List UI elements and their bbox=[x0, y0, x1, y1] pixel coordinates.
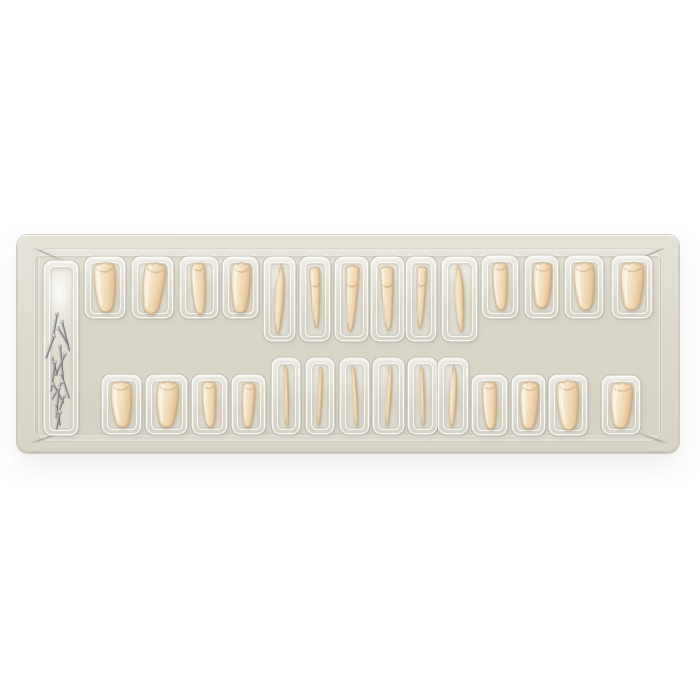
model-tooth-premolar bbox=[186, 260, 213, 315]
model-tooth-molar bbox=[616, 260, 648, 311]
model-tooth-incisor bbox=[413, 264, 429, 330]
blister-cell-upper bbox=[86, 258, 124, 317]
model-tooth-incisor bbox=[377, 264, 398, 333]
tray-bevel-line bbox=[31, 246, 63, 261]
model-tooth-premolar bbox=[487, 261, 514, 312]
model-tooth-molar bbox=[529, 261, 555, 310]
blister-cell-upper bbox=[224, 258, 257, 317]
model-tooth-canine bbox=[449, 263, 470, 334]
tray-bevel-line bbox=[637, 432, 670, 445]
blister-contents bbox=[0, 0, 700, 700]
blister-cell-upper bbox=[265, 258, 294, 340]
blister-cell-lower bbox=[374, 359, 403, 433]
model-tooth-slim bbox=[313, 365, 327, 427]
blister-cell-upper bbox=[301, 258, 329, 340]
model-tooth-slim bbox=[380, 364, 397, 428]
blister-cell-lower bbox=[409, 359, 436, 433]
blister-cell-lower bbox=[550, 376, 586, 434]
blister-cell-upper bbox=[443, 258, 476, 340]
blister-cell-lower bbox=[603, 377, 639, 433]
model-tooth-canine bbox=[269, 263, 290, 336]
blister-cell-upper bbox=[407, 258, 435, 340]
model-tooth-slim bbox=[415, 365, 430, 427]
blister-cell-lower bbox=[273, 359, 299, 433]
model-tooth-molar bbox=[107, 380, 136, 429]
blister-cell-upper bbox=[181, 258, 217, 317]
blister-cell-upper bbox=[613, 257, 651, 317]
blister-cell-lower bbox=[513, 376, 544, 434]
model-tooth-molar bbox=[151, 379, 181, 428]
blister-cell-lower bbox=[233, 376, 264, 433]
model-tooth-molar bbox=[570, 261, 599, 312]
model-tooth-incisor bbox=[341, 263, 362, 334]
model-tooth-molar bbox=[606, 380, 636, 429]
blister-cell-lower bbox=[103, 376, 140, 433]
model-tooth-molar bbox=[516, 380, 542, 431]
model-tooth-molar bbox=[553, 379, 583, 432]
pin-compartment bbox=[45, 262, 77, 434]
model-tooth-incisor bbox=[306, 265, 323, 329]
model-tooth-molar bbox=[90, 261, 120, 314]
blister-cell-lower bbox=[307, 359, 333, 433]
model-tooth-canine bbox=[445, 364, 461, 428]
model-tooth-slim bbox=[278, 364, 293, 428]
model-tooth-molar bbox=[227, 261, 254, 315]
blister-cell-lower bbox=[147, 376, 186, 433]
blister-cell-upper bbox=[483, 257, 517, 317]
blister-cell-upper bbox=[526, 257, 557, 317]
blister-cell-lower bbox=[341, 359, 368, 433]
blister-cell-upper bbox=[336, 258, 367, 340]
model-tooth-premolar bbox=[477, 380, 503, 431]
model-tooth-premolar bbox=[197, 380, 222, 429]
model-tooth-molar bbox=[135, 259, 169, 316]
blister-cell-upper bbox=[566, 257, 602, 317]
blister-cell-lower bbox=[473, 376, 506, 434]
model-tooth-slim bbox=[345, 364, 363, 429]
blister-cell-lower bbox=[193, 376, 226, 433]
product-photo bbox=[0, 0, 700, 700]
blister-cell-upper bbox=[133, 258, 172, 317]
blister-cell-lower bbox=[439, 359, 467, 433]
blister-cell-upper bbox=[372, 258, 403, 340]
model-tooth-premolar bbox=[237, 381, 260, 429]
